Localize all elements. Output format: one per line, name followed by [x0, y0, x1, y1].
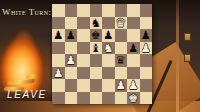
board-square[interactable]: ♟	[140, 42, 153, 55]
board-square[interactable]	[102, 92, 115, 105]
board-square[interactable]: ♞	[90, 17, 103, 30]
board-square[interactable]	[77, 67, 90, 80]
white-pawn-piece: ♟	[140, 42, 153, 55]
black-pawn-piece: ♟	[140, 29, 153, 42]
white-pawn-piece: ♟	[127, 79, 140, 92]
board-square[interactable]	[127, 29, 140, 42]
board-square[interactable]: ♟	[127, 79, 140, 92]
black-queen-piece: ♛	[115, 54, 128, 67]
board-square[interactable]	[140, 4, 153, 17]
board-square[interactable]	[140, 92, 153, 105]
board-square[interactable]	[90, 67, 103, 80]
board-square[interactable]	[127, 17, 140, 30]
turn-indicator-label: White Turn:	[2, 7, 51, 17]
chess-board[interactable]: ♞♛♟♟♚♟♟♝♞♟♟♟♛♟♟♟♚	[52, 4, 152, 104]
board-square[interactable]	[52, 79, 65, 92]
board-square[interactable]	[102, 54, 115, 67]
board-square[interactable]: ♟	[65, 29, 78, 42]
board-square[interactable]	[140, 79, 153, 92]
board-square[interactable]	[140, 17, 153, 30]
board-square[interactable]	[52, 92, 65, 105]
board-square[interactable]	[52, 4, 65, 17]
white-pawn-piece: ♟	[115, 79, 128, 92]
board-square[interactable]	[115, 29, 128, 42]
board-square[interactable]	[90, 79, 103, 92]
white-king-piece: ♚	[127, 92, 140, 105]
board-square[interactable]: ♛	[115, 54, 128, 67]
white-knight-piece: ♞	[102, 42, 115, 55]
shelf-item-icon	[184, 54, 191, 62]
board-square[interactable]: ♟	[127, 42, 140, 55]
board-square[interactable]	[65, 79, 78, 92]
board-square[interactable]	[90, 92, 103, 105]
board-square[interactable]	[127, 67, 140, 80]
black-pawn-piece: ♟	[65, 29, 78, 42]
board-square[interactable]	[115, 67, 128, 80]
board-square[interactable]: ♟	[115, 79, 128, 92]
board-square[interactable]	[65, 17, 78, 30]
board-square[interactable]: ♛	[115, 17, 128, 30]
board-square[interactable]	[65, 42, 78, 55]
board-square[interactable]: ♚	[90, 29, 103, 42]
board-square[interactable]	[77, 4, 90, 17]
board-square[interactable]	[52, 17, 65, 30]
board-square[interactable]	[65, 4, 78, 17]
board-square[interactable]	[77, 54, 90, 67]
board-square[interactable]	[102, 67, 115, 80]
board-square[interactable]	[65, 67, 78, 80]
board-square[interactable]: ♝	[90, 42, 103, 55]
board-square[interactable]: ♟	[52, 29, 65, 42]
board-square[interactable]	[102, 79, 115, 92]
board-square[interactable]: ♟	[140, 29, 153, 42]
black-knight-piece: ♞	[90, 17, 103, 30]
board-square[interactable]	[77, 17, 90, 30]
black-bishop-piece: ♝	[90, 42, 103, 55]
board-square[interactable]: ♟	[65, 54, 78, 67]
board-square[interactable]	[140, 67, 153, 80]
board-square[interactable]	[77, 42, 90, 55]
board-square[interactable]	[65, 92, 78, 105]
white-pawn-piece: ♟	[52, 67, 65, 80]
white-pawn-piece: ♟	[65, 54, 78, 67]
board-square[interactable]	[90, 4, 103, 17]
board-square[interactable]	[77, 92, 90, 105]
board-square[interactable]	[140, 54, 153, 67]
black-pawn-piece: ♟	[102, 29, 115, 42]
board-square[interactable]	[115, 42, 128, 55]
board-square[interactable]	[77, 29, 90, 42]
black-pawn-piece: ♟	[127, 42, 140, 55]
board-square[interactable]	[52, 42, 65, 55]
board-square[interactable]: ♟	[102, 29, 115, 42]
board-square[interactable]	[77, 79, 90, 92]
board-square[interactable]: ♟	[52, 67, 65, 80]
board-square[interactable]	[127, 4, 140, 17]
black-pawn-piece: ♟	[52, 29, 65, 42]
white-queen-piece: ♛	[115, 17, 128, 30]
shelf-item-icon	[184, 33, 191, 41]
board-square[interactable]	[102, 4, 115, 17]
board-square[interactable]	[115, 4, 128, 17]
board-square[interactable]: ♞	[102, 42, 115, 55]
board-square[interactable]	[102, 17, 115, 30]
board-square[interactable]	[127, 54, 140, 67]
leave-button[interactable]: LEAVE	[7, 89, 47, 100]
black-king-piece: ♚	[90, 29, 103, 42]
board-square[interactable]: ♚	[127, 92, 140, 105]
board-square[interactable]	[115, 92, 128, 105]
board-square[interactable]	[90, 54, 103, 67]
board-square[interactable]	[52, 54, 65, 67]
